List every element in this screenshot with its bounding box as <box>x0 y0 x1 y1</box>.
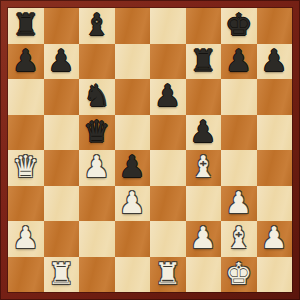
square-c7[interactable] <box>79 44 115 80</box>
square-c6[interactable]: ♞ <box>79 79 115 115</box>
square-g7[interactable]: ♟ <box>221 44 257 80</box>
square-c5[interactable]: ♛ <box>79 115 115 151</box>
square-b8[interactable] <box>44 8 80 44</box>
piece-black-pawn[interactable]: ♟ <box>119 150 146 185</box>
piece-white-pawn[interactable]: ♟ <box>119 186 146 221</box>
piece-white-rook[interactable]: ♜ <box>48 257 75 292</box>
square-d2[interactable] <box>115 221 151 257</box>
piece-black-queen[interactable]: ♛ <box>83 115 110 150</box>
square-a2[interactable]: ♟ <box>8 221 44 257</box>
square-d3[interactable]: ♟ <box>115 186 151 222</box>
piece-white-pawn[interactable]: ♟ <box>261 221 288 256</box>
square-g2[interactable]: ♝ <box>221 221 257 257</box>
square-b3[interactable] <box>44 186 80 222</box>
square-f2[interactable]: ♟ <box>186 221 222 257</box>
piece-white-pawn[interactable]: ♟ <box>83 150 110 185</box>
square-g3[interactable]: ♟ <box>221 186 257 222</box>
square-a8[interactable]: ♜ <box>8 8 44 44</box>
square-e6[interactable]: ♟ <box>150 79 186 115</box>
square-g5[interactable] <box>221 115 257 151</box>
square-e4[interactable] <box>150 150 186 186</box>
piece-white-bishop[interactable]: ♝ <box>190 150 217 185</box>
square-e3[interactable] <box>150 186 186 222</box>
square-d6[interactable] <box>115 79 151 115</box>
square-h2[interactable]: ♟ <box>257 221 293 257</box>
square-f6[interactable] <box>186 79 222 115</box>
piece-white-bishop[interactable]: ♝ <box>225 221 252 256</box>
square-g4[interactable] <box>221 150 257 186</box>
piece-black-knight[interactable]: ♞ <box>83 79 110 114</box>
square-h3[interactable] <box>257 186 293 222</box>
square-b2[interactable] <box>44 221 80 257</box>
piece-black-pawn[interactable]: ♟ <box>190 115 217 150</box>
square-b4[interactable] <box>44 150 80 186</box>
square-h6[interactable] <box>257 79 293 115</box>
square-c8[interactable]: ♝ <box>79 8 115 44</box>
square-e1[interactable]: ♜ <box>150 257 186 293</box>
square-b6[interactable] <box>44 79 80 115</box>
square-e8[interactable] <box>150 8 186 44</box>
piece-white-rook[interactable]: ♜ <box>154 257 181 292</box>
square-a5[interactable] <box>8 115 44 151</box>
piece-black-pawn[interactable]: ♟ <box>225 44 252 79</box>
piece-white-king[interactable]: ♚ <box>225 257 252 292</box>
square-b7[interactable]: ♟ <box>44 44 80 80</box>
square-h7[interactable]: ♟ <box>257 44 293 80</box>
piece-white-pawn[interactable]: ♟ <box>225 186 252 221</box>
piece-black-pawn[interactable]: ♟ <box>48 44 75 79</box>
piece-black-bishop[interactable]: ♝ <box>83 8 110 43</box>
piece-black-rook[interactable]: ♜ <box>190 44 217 79</box>
chess-board-frame: ♜♝♚♟♟♜♟♟♞♟♛♟♛♟♟♝♟♟♟♟♝♟♜♜♚ <box>0 0 300 300</box>
square-d8[interactable] <box>115 8 151 44</box>
square-g6[interactable] <box>221 79 257 115</box>
piece-white-queen[interactable]: ♛ <box>12 150 39 185</box>
piece-white-pawn[interactable]: ♟ <box>12 221 39 256</box>
square-c4[interactable]: ♟ <box>79 150 115 186</box>
chess-board[interactable]: ♜♝♚♟♟♜♟♟♞♟♛♟♛♟♟♝♟♟♟♟♝♟♜♜♚ <box>8 8 292 292</box>
square-e7[interactable] <box>150 44 186 80</box>
square-d1[interactable] <box>115 257 151 293</box>
square-b1[interactable]: ♜ <box>44 257 80 293</box>
square-b5[interactable] <box>44 115 80 151</box>
square-g1[interactable]: ♚ <box>221 257 257 293</box>
square-a7[interactable]: ♟ <box>8 44 44 80</box>
square-f3[interactable] <box>186 186 222 222</box>
square-e5[interactable] <box>150 115 186 151</box>
square-d5[interactable] <box>115 115 151 151</box>
square-h4[interactable] <box>257 150 293 186</box>
square-f7[interactable]: ♜ <box>186 44 222 80</box>
piece-black-king[interactable]: ♚ <box>225 8 252 43</box>
square-f1[interactable] <box>186 257 222 293</box>
square-a1[interactable] <box>8 257 44 293</box>
square-h8[interactable] <box>257 8 293 44</box>
square-d4[interactable]: ♟ <box>115 150 151 186</box>
square-g8[interactable]: ♚ <box>221 8 257 44</box>
square-h1[interactable] <box>257 257 293 293</box>
square-d7[interactable] <box>115 44 151 80</box>
square-f4[interactable]: ♝ <box>186 150 222 186</box>
square-a4[interactable]: ♛ <box>8 150 44 186</box>
piece-white-pawn[interactable]: ♟ <box>190 221 217 256</box>
piece-black-pawn[interactable]: ♟ <box>12 44 39 79</box>
square-h5[interactable] <box>257 115 293 151</box>
square-a3[interactable] <box>8 186 44 222</box>
square-a6[interactable] <box>8 79 44 115</box>
square-e2[interactable] <box>150 221 186 257</box>
square-f8[interactable] <box>186 8 222 44</box>
square-c3[interactable] <box>79 186 115 222</box>
square-c2[interactable] <box>79 221 115 257</box>
piece-black-rook[interactable]: ♜ <box>12 8 39 43</box>
piece-black-pawn[interactable]: ♟ <box>154 79 181 114</box>
piece-black-pawn[interactable]: ♟ <box>261 44 288 79</box>
square-c1[interactable] <box>79 257 115 293</box>
square-f5[interactable]: ♟ <box>186 115 222 151</box>
